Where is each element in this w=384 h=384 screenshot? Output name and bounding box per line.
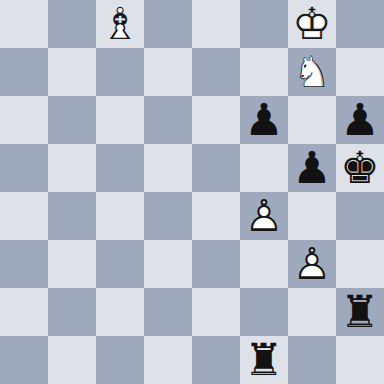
- square-f8[interactable]: [240, 0, 288, 48]
- square-b5[interactable]: [48, 144, 96, 192]
- square-g8[interactable]: ♚♔: [288, 0, 336, 48]
- piece-outline: ♙: [288, 240, 336, 288]
- square-b6[interactable]: [48, 96, 96, 144]
- square-g6[interactable]: [288, 96, 336, 144]
- piece-outline: ♔: [288, 0, 336, 48]
- square-d1[interactable]: [144, 336, 192, 384]
- square-e7[interactable]: [192, 48, 240, 96]
- square-d5[interactable]: [144, 144, 192, 192]
- square-b8[interactable]: [48, 0, 96, 48]
- square-d8[interactable]: [144, 0, 192, 48]
- square-f1[interactable]: ♜: [240, 336, 288, 384]
- square-c1[interactable]: [96, 336, 144, 384]
- square-f6[interactable]: ♟: [240, 96, 288, 144]
- square-h4[interactable]: [336, 192, 384, 240]
- square-e2[interactable]: [192, 288, 240, 336]
- square-f5[interactable]: [240, 144, 288, 192]
- piece-outline: ♙: [240, 192, 288, 240]
- square-a5[interactable]: [0, 144, 48, 192]
- square-e1[interactable]: [192, 336, 240, 384]
- piece-glyph: ♟: [336, 96, 384, 144]
- square-d4[interactable]: [144, 192, 192, 240]
- square-a4[interactable]: [0, 192, 48, 240]
- square-e4[interactable]: [192, 192, 240, 240]
- white-pawn[interactable]: ♟♙: [288, 240, 336, 288]
- white-pawn[interactable]: ♟♙: [240, 192, 288, 240]
- black-pawn[interactable]: ♟: [336, 96, 384, 144]
- square-d6[interactable]: [144, 96, 192, 144]
- square-h2[interactable]: ♜: [336, 288, 384, 336]
- piece-glyph: ♟: [288, 144, 336, 192]
- square-g5[interactable]: ♟: [288, 144, 336, 192]
- square-h5[interactable]: ♚: [336, 144, 384, 192]
- square-d7[interactable]: [144, 48, 192, 96]
- black-rook[interactable]: ♜: [240, 336, 288, 384]
- white-bishop[interactable]: ♝♗: [96, 0, 144, 48]
- square-b4[interactable]: [48, 192, 96, 240]
- square-f7[interactable]: [240, 48, 288, 96]
- square-f4[interactable]: ♟♙: [240, 192, 288, 240]
- square-c7[interactable]: [96, 48, 144, 96]
- square-g2[interactable]: [288, 288, 336, 336]
- white-king[interactable]: ♚♔: [288, 0, 336, 48]
- piece-glyph: ♚: [336, 144, 384, 192]
- square-d2[interactable]: [144, 288, 192, 336]
- square-b2[interactable]: [48, 288, 96, 336]
- white-knight[interactable]: ♞♘: [288, 48, 336, 96]
- square-c3[interactable]: [96, 240, 144, 288]
- piece-outline: ♗: [96, 0, 144, 48]
- square-d3[interactable]: [144, 240, 192, 288]
- square-h3[interactable]: [336, 240, 384, 288]
- square-h6[interactable]: ♟: [336, 96, 384, 144]
- square-c4[interactable]: [96, 192, 144, 240]
- square-g1[interactable]: [288, 336, 336, 384]
- square-c2[interactable]: [96, 288, 144, 336]
- piece-glyph: ♟: [240, 96, 288, 144]
- piece-glyph: ♜: [240, 336, 288, 384]
- square-f2[interactable]: [240, 288, 288, 336]
- square-e8[interactable]: [192, 0, 240, 48]
- square-g7[interactable]: ♞♘: [288, 48, 336, 96]
- square-h8[interactable]: [336, 0, 384, 48]
- square-c5[interactable]: [96, 144, 144, 192]
- square-g3[interactable]: ♟♙: [288, 240, 336, 288]
- square-c8[interactable]: ♝♗: [96, 0, 144, 48]
- black-pawn[interactable]: ♟: [240, 96, 288, 144]
- square-b7[interactable]: [48, 48, 96, 96]
- square-a6[interactable]: [0, 96, 48, 144]
- black-rook[interactable]: ♜: [336, 288, 384, 336]
- square-e3[interactable]: [192, 240, 240, 288]
- square-a3[interactable]: [0, 240, 48, 288]
- black-pawn[interactable]: ♟: [288, 144, 336, 192]
- square-a7[interactable]: [0, 48, 48, 96]
- piece-outline: ♘: [288, 48, 336, 96]
- square-h7[interactable]: [336, 48, 384, 96]
- square-a2[interactable]: [0, 288, 48, 336]
- square-g4[interactable]: [288, 192, 336, 240]
- square-c6[interactable]: [96, 96, 144, 144]
- square-b1[interactable]: [48, 336, 96, 384]
- square-b3[interactable]: [48, 240, 96, 288]
- square-f3[interactable]: [240, 240, 288, 288]
- square-h1[interactable]: [336, 336, 384, 384]
- square-a1[interactable]: [0, 336, 48, 384]
- black-king[interactable]: ♚: [336, 144, 384, 192]
- square-a8[interactable]: [0, 0, 48, 48]
- chess-board: ♝♗♚♔♞♘♟♟♟♚♟♙♟♙♜♜: [0, 0, 384, 384]
- piece-glyph: ♜: [336, 288, 384, 336]
- square-e6[interactable]: [192, 96, 240, 144]
- square-e5[interactable]: [192, 144, 240, 192]
